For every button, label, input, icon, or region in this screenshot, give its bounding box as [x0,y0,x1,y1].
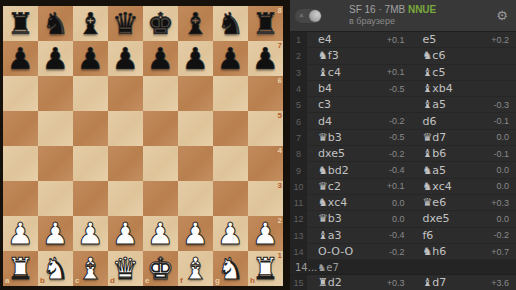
move-number: 6 [290,113,307,129]
square-b1[interactable]: ♞b [38,251,73,286]
rank-label: 6 [278,77,282,85]
rank-label: 7 [278,42,282,50]
move-row: 11♞xc40.0♛e6+0.3 [290,195,516,211]
engine-location: в браузере [349,16,436,27]
square-h1[interactable]: ♜1h [248,251,283,286]
move-number: 9 [290,162,307,178]
square-b3[interactable] [38,181,73,216]
square-c7[interactable]: ♟ [73,41,108,76]
square-d1[interactable]: ♛d [108,251,143,286]
square-h6[interactable]: 6 [248,76,283,111]
square-g2[interactable]: ♟ [213,216,248,251]
move-number: 1 [290,32,307,48]
move-row: 9♞bd2-0.4♞a50.0 [290,162,516,178]
square-d7[interactable]: ♟ [108,41,143,76]
move-row: 4b4-0.5♝xb4 [290,81,516,97]
white-pawn: ♟ [178,216,213,251]
san: dxe5 [423,212,450,225]
san: ♞c6 [423,49,446,62]
san: ♝d7 [423,276,447,289]
move-number: 11 [290,195,307,211]
square-h4[interactable]: 4 [248,146,283,181]
square-b4[interactable] [38,146,73,181]
eval: -0.1 [493,116,509,126]
eval: -0.5 [389,84,405,94]
san: e5 [423,33,437,46]
move-white[interactable]: e4+0.1 [307,32,412,48]
san: e4 [318,33,332,46]
white-pawn: ♟ [143,216,178,251]
toggle-close-icon: × [299,11,304,21]
square-f8[interactable]: ♝ [178,6,213,41]
san: ♛c2 [318,180,341,193]
move-white[interactable]: dxe5-0.2 [307,146,412,162]
move-white[interactable]: ♜d2+0.3 [307,275,412,290]
black-bishop: ♝ [178,6,213,41]
san: dxe5 [318,147,345,160]
square-d5[interactable] [108,111,143,146]
board: ♜♞♝♛♚♝♞♜8♟♟♟♟♟♟♟♟76543♟♟♟♟♟♟♟♟2♜a♞b♝c♛d♚… [3,6,283,286]
move-black[interactable]: ♝a5-0.3 [412,97,516,113]
engine-name: SF 16 · 7MB [349,4,405,15]
eval: -0.2 [493,230,509,240]
square-h8[interactable]: ♜8 [248,6,283,41]
engine-info: SF 16 · 7MB NNUE в браузере [349,3,436,27]
square-e6[interactable] [143,76,178,111]
square-h3[interactable]: 3 [248,181,283,216]
san: d6 [423,115,437,128]
eval: +0.1 [387,181,405,191]
square-g1[interactable]: ♞g [213,251,248,286]
square-e7[interactable]: ♟ [143,41,178,76]
file-label: g [215,277,220,285]
san: ♞f3 [318,49,339,62]
san: b4 [318,82,332,95]
square-a2[interactable]: ♟ [3,216,38,251]
move-row: 8dxe5-0.2♝b6-0.1 [290,146,516,162]
square-e4[interactable] [143,146,178,181]
move-black[interactable]: e5+0.2 [412,32,516,48]
square-g6[interactable] [213,76,248,111]
square-e3[interactable] [143,181,178,216]
move-number: 14 [290,244,307,260]
rank-label: 2 [278,217,282,225]
eval: +0.1 [387,67,405,77]
black-pawn: ♟ [143,41,178,76]
file-label: d [110,277,115,285]
san: d4 [318,115,332,128]
black-rook: ♜ [3,6,38,41]
black-pawn: ♟ [38,41,73,76]
move-white[interactable]: c3 [307,97,412,113]
san: ♞a5 [423,164,447,177]
move-row: 14O-O-O-0.2♞h6+0.7 [290,244,516,260]
square-f5[interactable] [178,111,213,146]
move-number: 4 [290,81,307,97]
square-d3[interactable] [108,181,143,216]
move-white[interactable]: d4-0.2 [307,113,412,129]
move-black[interactable]: ♝b6-0.1 [412,146,516,162]
square-f1[interactable]: ♝f [178,251,213,286]
move-white[interactable]: ♞xc40.0 [307,195,412,211]
black-knight: ♞ [38,6,73,41]
square-b5[interactable] [38,111,73,146]
file-label: a [5,277,9,285]
square-c4[interactable] [73,146,108,181]
square-b6[interactable] [38,76,73,111]
move-white[interactable]: ♝a3-0.4 [307,228,412,244]
san: ♜d2 [318,276,342,289]
move-number: 5 [290,97,307,113]
square-e5[interactable] [143,111,178,146]
move-number: 12 [290,211,307,227]
move-white[interactable]: ♞bd2-0.4 [307,162,412,178]
eval: -0.2 [389,116,405,126]
white-bishop: ♝ [178,251,213,286]
move-number: 7 [290,130,307,146]
eval: 0.0 [392,214,405,224]
move-row: 13♝a3-0.4f6-0.2 [290,228,516,244]
san: O-O-O [318,245,353,258]
black-pawn: ♟ [73,41,108,76]
move-white[interactable]: ♝c4+0.1 [307,65,412,81]
chess-analysis-app: ♜♞♝♛♚♝♞♜8♟♟♟♟♟♟♟♟76543♟♟♟♟♟♟♟♟2♜a♞b♝c♛d♚… [0,0,516,290]
black-pawn: ♟ [3,41,38,76]
rank-label: 8 [278,7,282,15]
square-f6[interactable] [178,76,213,111]
white-pawn: ♟ [38,216,73,251]
square-b7[interactable]: ♟ [38,41,73,76]
move-black[interactable]: ♝xb4 [412,81,516,97]
engine-name-line: SF 16 · 7MB NNUE [349,3,436,16]
settings-gear-icon[interactable]: ⚙ [496,8,508,24]
black-bishop: ♝ [73,6,108,41]
eval: 0.0 [392,198,405,208]
square-g7[interactable]: ♟ [213,41,248,76]
toggle-knob-icon [309,10,321,22]
rank-label: 1 [278,252,282,260]
engine-header: × SF 16 · 7MB NNUE в браузере ⚙ [290,0,516,32]
square-a6[interactable] [3,76,38,111]
file-label: e [145,277,149,285]
move-white[interactable]: ♞f3 [307,48,412,64]
move-white[interactable]: ♛b3-0.5 [307,130,412,146]
san: ♝c4 [318,66,341,79]
square-f3[interactable] [178,181,213,216]
square-a1[interactable]: ♜a [3,251,38,286]
move-row: 15♜d2+0.3♝d7+3.6 [290,275,516,290]
square-c1[interactable]: ♝c [73,251,108,286]
square-a8[interactable]: ♜ [3,6,38,41]
san: ♝c5 [423,66,446,79]
square-a3[interactable] [3,181,38,216]
eval: 0.0 [496,214,509,224]
move-number: 2 [290,48,307,64]
eval: +0.2 [491,35,509,45]
san: ♛b3 [318,131,342,144]
square-h7[interactable]: ♟7 [248,41,283,76]
black-pawn: ♟ [178,41,213,76]
black-pawn: ♟ [213,41,248,76]
variation-line[interactable]: 14...♞e7 [290,260,516,275]
san: ♞bd2 [318,164,349,177]
rank-label: 4 [278,147,282,155]
eval: -0.2 [389,247,405,257]
move-white[interactable]: ♛b30.0 [307,211,412,227]
black-king: ♚ [143,6,178,41]
eval: -0.1 [493,149,509,159]
san: ♝a5 [423,98,447,111]
square-g3[interactable] [213,181,248,216]
san: ♝xb4 [423,82,453,95]
file-label: c [75,277,79,285]
move-black[interactable]: ♞h6+0.7 [412,244,516,260]
san: c3 [318,98,331,111]
eval: -0.4 [389,230,405,240]
move-row: 1e4+0.1e5+0.2 [290,32,516,48]
square-f2[interactable]: ♟ [178,216,213,251]
square-a7[interactable]: ♟ [3,41,38,76]
move-white[interactable]: ♛c2+0.1 [307,179,412,195]
move-black[interactable]: ♛e6+0.3 [412,195,516,211]
san: ♛d7 [423,131,447,144]
move-row: 2♞f3♞c6 [290,48,516,64]
white-pawn: ♟ [213,216,248,251]
square-b8[interactable]: ♞ [38,6,73,41]
move-number: 3 [290,65,307,81]
eval: +3.6 [491,278,509,288]
black-queen: ♛ [108,6,143,41]
file-label: f [180,277,183,285]
eval: -0.4 [389,165,405,175]
black-pawn: ♟ [108,41,143,76]
san: ♞xc4 [318,196,347,209]
white-pawn: ♟ [3,216,38,251]
san: ♞h6 [423,245,447,258]
eval: +0.3 [387,278,405,288]
san: ♛b3 [318,212,342,225]
eval: +0.7 [491,247,509,257]
square-f7[interactable]: ♟ [178,41,213,76]
square-b2[interactable]: ♟ [38,216,73,251]
board-frame: ♜♞♝♛♚♝♞♜8♟♟♟♟♟♟♟♟76543♟♟♟♟♟♟♟♟2♜a♞b♝c♛d♚… [0,0,290,290]
square-g8[interactable]: ♞ [213,6,248,41]
rank-label: 3 [278,182,282,190]
move-black[interactable]: ♞c6 [412,48,516,64]
eval: -0.2 [389,149,405,159]
move-white[interactable]: O-O-O-0.2 [307,244,412,260]
square-d6[interactable] [108,76,143,111]
move-black[interactable]: ♝c5 [412,65,516,81]
square-c2[interactable]: ♟ [73,216,108,251]
eval: +0.1 [387,35,405,45]
square-c5[interactable] [73,111,108,146]
square-h5[interactable]: 5 [248,111,283,146]
move-number: 13 [290,228,307,244]
move-black[interactable]: ♝d7+3.6 [412,275,516,290]
move-black[interactable]: ♞xc40.0 [412,179,516,195]
move-row: 6d4-0.2d6-0.1 [290,113,516,129]
nnue-badge: NNUE [408,4,436,15]
move-white[interactable]: b4-0.5 [307,81,412,97]
move-black[interactable]: ♞a50.0 [412,162,516,178]
analysis-panel: × SF 16 · 7MB NNUE в браузере ⚙ 1e4+0.1e… [290,0,516,290]
eval: +0.3 [491,198,509,208]
eval: -0.3 [493,100,509,110]
san: ♝a3 [318,229,342,242]
black-knight: ♞ [213,6,248,41]
move-number: 15 [290,275,307,290]
rank-label: 5 [278,112,282,120]
san: ♝b6 [423,147,447,160]
move-black[interactable]: f6-0.2 [412,228,516,244]
square-c3[interactable] [73,181,108,216]
move-black[interactable]: dxe50.0 [412,211,516,227]
square-e8[interactable]: ♚ [143,6,178,41]
file-label: h [250,277,255,285]
square-d4[interactable] [108,146,143,181]
square-c8[interactable]: ♝ [73,6,108,41]
move-number: 10 [290,179,307,195]
square-a4[interactable] [3,146,38,181]
square-g4[interactable] [213,146,248,181]
square-e1[interactable]: ♚e [143,251,178,286]
file-label: b [40,277,45,285]
move-row: 12♛b30.0dxe50.0 [290,211,516,227]
eval: 0.0 [496,181,509,191]
san: f6 [423,229,434,242]
move-number: 8 [290,146,307,162]
square-a5[interactable] [3,111,38,146]
white-pawn: ♟ [108,216,143,251]
square-h2[interactable]: ♟2 [248,216,283,251]
eval: 0.0 [496,165,509,175]
move-row: 3♝c4+0.1♝c5 [290,65,516,81]
white-pawn: ♟ [73,216,108,251]
san: ♛e6 [423,196,447,209]
move-black[interactable]: d6-0.1 [412,113,516,129]
san: ♞xc4 [423,180,452,193]
square-f4[interactable] [178,146,213,181]
eval: 0.0 [496,132,509,142]
square-e2[interactable]: ♟ [143,216,178,251]
square-g5[interactable] [213,111,248,146]
move-row: 5c3♝a5-0.3 [290,97,516,113]
square-d8[interactable]: ♛ [108,6,143,41]
move-row: 7♛b3-0.5♛d70.0 [290,130,516,146]
move-row: 10♛c2+0.1♞xc40.0 [290,179,516,195]
engine-toggle[interactable]: × [295,9,322,23]
eval: -0.5 [389,132,405,142]
square-c6[interactable] [73,76,108,111]
square-d2[interactable]: ♟ [108,216,143,251]
move-black[interactable]: ♛d70.0 [412,130,516,146]
move-list: 1e4+0.1e5+0.22♞f3♞c63♝c4+0.1♝c54b4-0.5♝x… [290,32,516,290]
